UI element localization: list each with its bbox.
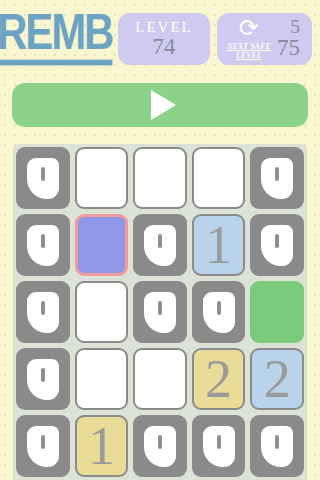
tile-r2c1-card0[interactable] [16, 214, 70, 276]
tile-r5c2-yellow[interactable]: 1 [75, 415, 129, 477]
zero-card [27, 158, 59, 199]
tile-r5c1-card0[interactable] [16, 415, 70, 477]
zero-card-slot [41, 368, 45, 382]
zero-card [27, 426, 59, 467]
tile-r2c2-selected[interactable] [75, 214, 129, 276]
tile-r2c3-card0[interactable] [133, 214, 187, 276]
game-board: 1221 [13, 144, 307, 480]
board-grid: 1221 [16, 147, 304, 477]
level-label: LEVEL [135, 19, 192, 36]
zero-card [27, 225, 59, 266]
next-safe-current: 5 [291, 17, 301, 36]
tile-r1c1-card0[interactable] [16, 147, 70, 209]
tile-r3c2-white[interactable] [75, 281, 129, 343]
zero-card [261, 426, 293, 467]
game-screen: REMB LEVEL 74 ⟳ NEXT SAFE LEVEL 5 75 122… [0, 0, 320, 480]
tile-r1c3-white[interactable] [133, 147, 187, 209]
play-icon [151, 90, 176, 120]
tile-r1c5-card0[interactable] [250, 147, 304, 209]
zero-card [261, 225, 293, 266]
next-safe-left: ⟳ NEXT SAFE LEVEL [227, 16, 271, 61]
zero-card-slot [158, 435, 162, 449]
tile-r2c5-card0[interactable] [250, 214, 304, 276]
zero-card-slot [41, 234, 45, 248]
tile-r3c5-green[interactable] [250, 281, 304, 343]
level-indicator: LEVEL 74 [118, 13, 210, 65]
zero-card-slot [41, 435, 45, 449]
play-button[interactable] [12, 83, 308, 127]
tile-r5c3-card0[interactable] [133, 415, 187, 477]
next-safe-label-line1: NEXT SAFE [227, 42, 271, 51]
next-safe-counts: 5 75 [277, 16, 302, 61]
zero-card-slot [41, 301, 45, 315]
tile-r4c1-card0[interactable] [16, 348, 70, 410]
level-value: 74 [153, 35, 176, 59]
next-safe-level-panel[interactable]: ⟳ NEXT SAFE LEVEL 5 75 [217, 13, 312, 65]
zero-card [203, 426, 235, 467]
zero-card-slot [41, 167, 45, 181]
zero-card [261, 158, 293, 199]
zero-card [144, 292, 176, 333]
tile-r3c1-card0[interactable] [16, 281, 70, 343]
zero-card [27, 292, 59, 333]
refresh-icon[interactable]: ⟳ [239, 16, 259, 42]
zero-card [144, 225, 176, 266]
tile-r3c3-card0[interactable] [133, 281, 187, 343]
next-safe-total: 75 [277, 36, 300, 59]
tile-r1c4-white[interactable] [192, 147, 246, 209]
next-safe-label: NEXT SAFE LEVEL [227, 42, 271, 61]
zero-card-slot [158, 301, 162, 315]
tile-r2c4-blue[interactable]: 1 [192, 214, 246, 276]
zero-card-slot [275, 234, 279, 248]
zero-card-slot [217, 301, 221, 315]
next-safe-label-line2: LEVEL [236, 51, 262, 60]
tile-r1c2-white[interactable] [75, 147, 129, 209]
zero-card-slot [275, 435, 279, 449]
tile-r4c4-yellow[interactable]: 2 [192, 348, 246, 410]
zero-card-slot [158, 234, 162, 248]
zero-card-slot [217, 435, 221, 449]
app-logo: REMB [0, 8, 112, 65]
tile-r4c5-blue[interactable]: 2 [250, 348, 304, 410]
zero-card [203, 292, 235, 333]
tile-r5c4-card0[interactable] [192, 415, 246, 477]
tile-r4c3-white[interactable] [133, 348, 187, 410]
tile-r5c5-card0[interactable] [250, 415, 304, 477]
zero-card [27, 359, 59, 400]
zero-card-slot [275, 167, 279, 181]
tile-r3c4-card0[interactable] [192, 281, 246, 343]
tile-r4c2-white[interactable] [75, 348, 129, 410]
zero-card [144, 426, 176, 467]
